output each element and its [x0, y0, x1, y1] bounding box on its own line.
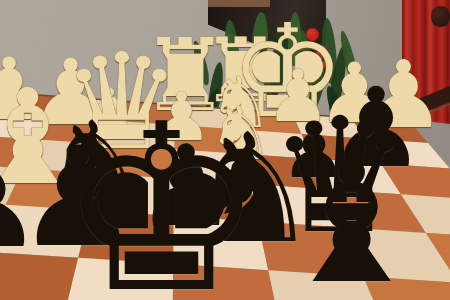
- piece-black-king-d3[interactable]: ♚: [46, 94, 277, 300]
- chess-photo-scene: ♜♜♚♟♟♟♟♞♟♟♟♛♞♟♟♝♞♟♛♞♟♟♝♚: [0, 0, 450, 300]
- pieces-layer: ♜♜♚♟♟♟♟♞♟♟♟♛♞♟♟♝♞♟♛♞♟♟♝♚: [0, 0, 450, 300]
- piece-black-bishop-f2[interactable]: ♝: [268, 140, 435, 300]
- piece-black-pawn-a3[interactable]: ♟: [0, 137, 50, 266]
